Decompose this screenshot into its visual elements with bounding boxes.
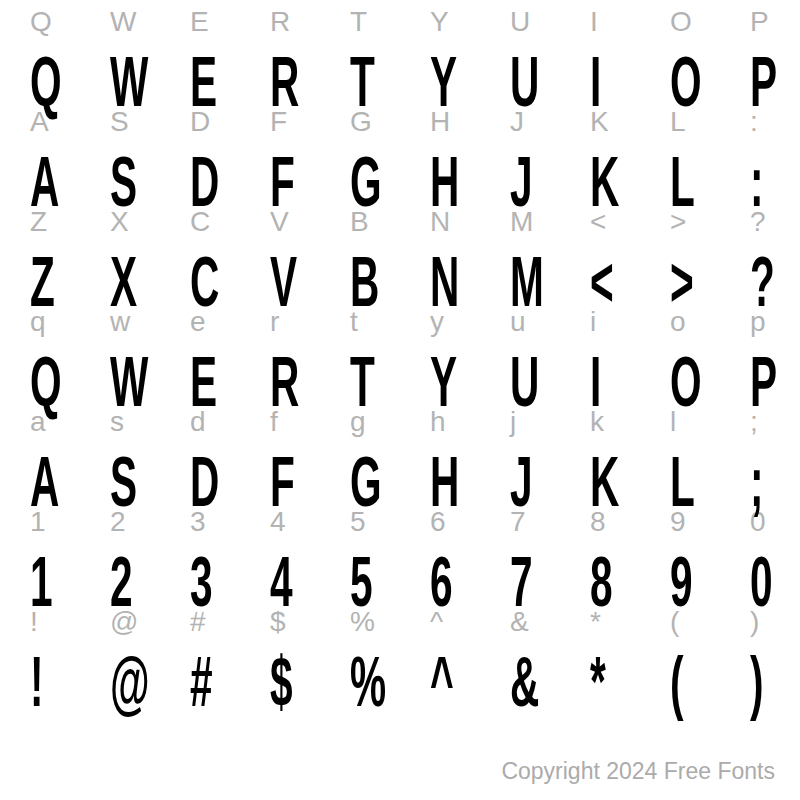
glyph-cell-char: Z [30,239,55,326]
glyph-cell-char: L [670,439,695,526]
glyph-cell-char: A [30,439,59,526]
glyph-cell-char: U [510,339,539,426]
glyph-cell-char: ! [30,639,44,726]
label-cell-char: Q [30,8,52,35]
glyph-cell-char: B [350,239,379,326]
glyph-cell-char: T [350,339,375,426]
glyph-cell-char: H [430,139,459,226]
label-cell-r1-c7: U [510,8,590,39]
glyph-cell-char: 3 [190,539,213,626]
glyph-cell-char: > [670,239,694,326]
label-cell-char: E [190,8,209,35]
glyph-cell-char: F [270,439,295,526]
glyph-row-2: ASDFGHJKL: [30,139,800,208]
glyph-cell-r7-c10: ) [750,639,800,726]
glyph-row-5: ASDFGHJKL; [30,439,800,508]
specimen-section-1: QWERTYUIOPQWERTYUIOP [0,8,800,108]
glyph-row-4: QWERTYUIOP [30,339,800,408]
glyph-cell-char: V [270,239,297,326]
glyph-cell-char: U [510,39,539,126]
glyph-cell-char: W [110,339,148,426]
glyph-cell-char: I [590,39,601,126]
character-grid: QWERTYUIOPQWERTYUIOPASDFGHJKL:ASDFGHJKL:… [0,8,800,708]
glyph-cell-r7-c8: * [590,639,670,726]
glyph-cell-char: 6 [430,539,453,626]
glyph-cell-char: J [510,439,533,526]
glyph-cell-char: 2 [110,539,133,626]
label-cell-r1-c6: Y [430,8,510,39]
glyph-cell-char: < [590,239,614,326]
glyph-cell-char: 1 [30,539,53,626]
label-cell-r1-c1: Q [30,8,110,39]
glyph-cell-char: P [750,39,777,126]
glyph-cell-char: D [190,139,219,226]
glyph-cell-char: F [270,139,295,226]
glyph-cell-char: ; [750,439,764,526]
label-cell-char: O [670,8,692,35]
glyph-cell-char: O [670,39,702,126]
glyph-cell-char: R [270,39,299,126]
glyph-cell-char: # [190,639,213,726]
glyph-cell-r7-c5: % [350,639,430,726]
label-cell-r1-c9: O [670,8,750,39]
label-cell-char: R [270,8,290,35]
glyph-row-3: ZXCVBNM<>? [30,239,800,308]
label-cell-char: I [590,8,598,35]
glyph-cell-char: O [670,339,702,426]
label-cell-r1-c8: I [590,8,670,39]
glyph-cell-char: A [30,139,59,226]
glyph-cell-char: J [510,139,533,226]
glyph-cell-char: M [510,239,544,326]
label-cell-char: T [350,8,367,35]
glyph-cell-char: @ [110,639,150,726]
label-row-1: QWERTYUIOP [30,8,800,39]
label-cell-r5-c8: k [590,408,670,439]
glyph-cell-char: I [590,339,601,426]
glyph-cell-char: G [350,439,382,526]
glyph-cell-char: W [110,39,148,126]
glyph-cell-char: 0 [750,539,773,626]
label-cell-r1-c10: P [750,8,800,39]
glyph-row-6: 1234567890 [30,539,800,608]
glyph-cell-char: X [110,239,137,326]
glyph-cell-char: 8 [590,539,613,626]
glyph-cell-char: 7 [510,539,533,626]
glyph-cell-char: 9 [670,539,693,626]
glyph-cell-r7-c2: @ [110,639,190,726]
glyph-cell-char: : [750,139,764,226]
label-cell-r1-c2: W [110,8,190,39]
label-cell-r2-c8: K [590,108,670,139]
copyright-text: Copyright 2024 Free Fonts [501,757,775,785]
glyph-cell-char: T [350,39,375,126]
glyph-cell-char: Y [430,339,457,426]
glyph-cell-r7-c7: & [510,639,590,726]
glyph-cell-char: K [590,139,619,226]
glyph-cell-r7-c4: $ [270,639,350,726]
label-cell-r1-c4: R [270,8,350,39]
glyph-cell-char: 5 [350,539,373,626]
glyph-cell-char: E [190,339,217,426]
glyph-cell-char: D [190,439,219,526]
glyph-cell-r7-c6: ^ [430,639,510,726]
glyph-cell-char: & [510,639,539,726]
glyph-cell-char: N [430,239,459,326]
glyph-cell-char: S [110,139,137,226]
glyph-cell-char: Q [30,39,62,126]
glyph-row-7: !@#$%^&*() [30,639,800,708]
glyph-cell-r7-c3: # [190,639,270,726]
glyph-cell-char: L [670,139,695,226]
label-cell-r1-c3: E [190,8,270,39]
glyph-cell-char: ? [750,239,775,326]
glyph-cell-char: $ [270,639,293,726]
label-cell-char: U [510,8,530,35]
glyph-cell-r7-c1: ! [30,639,110,726]
glyph-cell-char: P [750,339,777,426]
glyph-cell-char: Q [30,339,62,426]
glyph-cell-char: ^ [430,639,454,726]
glyph-cell-char: S [110,439,137,526]
glyph-cell-char: ) [750,639,764,726]
glyph-cell-char: K [590,439,619,526]
label-cell-char: W [110,8,136,35]
glyph-cell-char: H [430,439,459,526]
glyph-cell-char: Y [430,39,457,126]
font-specimen-page: QWERTYUIOPQWERTYUIOPASDFGHJKL:ASDFGHJKL:… [0,0,800,800]
label-cell-char: P [750,8,769,35]
label-cell-char: Y [430,8,449,35]
glyph-row-1: QWERTYUIOP [30,39,800,108]
glyph-cell-char: C [190,239,219,326]
glyph-cell-char: E [190,39,217,126]
glyph-cell-char: ( [670,639,684,726]
label-cell-r1-c5: T [350,8,430,39]
glyph-cell-char: 4 [270,539,293,626]
glyph-cell-r7-c9: ( [670,639,750,726]
glyph-cell-char: % [350,639,386,726]
glyph-cell-char: * [590,639,606,726]
glyph-cell-char: G [350,139,382,226]
glyph-cell-char: R [270,339,299,426]
